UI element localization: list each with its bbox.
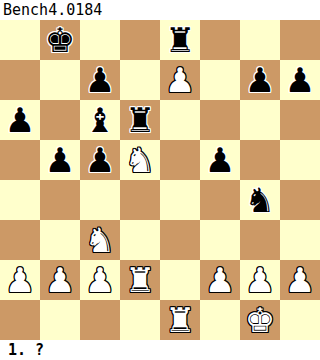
square-c5[interactable]: ♟	[80, 140, 120, 180]
square-g1[interactable]: ♚	[240, 300, 280, 340]
white-pawn[interactable]: ♟	[85, 260, 115, 300]
black-knight[interactable]: ♞	[245, 180, 275, 220]
square-c3[interactable]: ♞	[80, 220, 120, 260]
white-knight[interactable]: ♞	[125, 140, 155, 180]
square-d5[interactable]: ♞	[120, 140, 160, 180]
square-c8[interactable]	[80, 20, 120, 60]
square-b3[interactable]	[40, 220, 80, 260]
square-f1[interactable]	[200, 300, 240, 340]
square-f6[interactable]	[200, 100, 240, 140]
square-a8[interactable]	[0, 20, 40, 60]
black-pawn[interactable]: ♟	[5, 100, 35, 140]
square-h6[interactable]	[280, 100, 320, 140]
white-pawn[interactable]: ♟	[285, 260, 315, 300]
square-a3[interactable]	[0, 220, 40, 260]
square-g5[interactable]	[240, 140, 280, 180]
square-a6[interactable]: ♟	[0, 100, 40, 140]
square-e3[interactable]	[160, 220, 200, 260]
square-h2[interactable]: ♟	[280, 260, 320, 300]
square-d8[interactable]	[120, 20, 160, 60]
black-king[interactable]: ♚	[45, 20, 75, 60]
square-e4[interactable]	[160, 180, 200, 220]
square-c6[interactable]: ♝	[80, 100, 120, 140]
square-d2[interactable]: ♜	[120, 260, 160, 300]
square-e2[interactable]	[160, 260, 200, 300]
white-pawn[interactable]: ♟	[45, 260, 75, 300]
square-e8[interactable]: ♜	[160, 20, 200, 60]
status-bar: 1. ?	[0, 340, 320, 360]
square-h5[interactable]	[280, 140, 320, 180]
square-d3[interactable]	[120, 220, 160, 260]
black-pawn[interactable]: ♟	[45, 140, 75, 180]
square-f5[interactable]: ♟	[200, 140, 240, 180]
square-d4[interactable]	[120, 180, 160, 220]
square-b7[interactable]	[40, 60, 80, 100]
white-knight[interactable]: ♞	[85, 220, 115, 260]
move-prompt: 1. ?	[8, 341, 44, 359]
square-g8[interactable]	[240, 20, 280, 60]
square-e7[interactable]: ♟	[160, 60, 200, 100]
title-bar: Bench4.0184	[0, 0, 320, 20]
square-f8[interactable]	[200, 20, 240, 60]
chess-board: ♚♜♟♟♟♟♟♝♜♟♟♞♟♞♞♟♟♟♜♟♟♟♜♚	[0, 20, 320, 340]
black-bishop[interactable]: ♝	[85, 100, 115, 140]
black-rook[interactable]: ♜	[125, 100, 155, 140]
square-b8[interactable]: ♚	[40, 20, 80, 60]
square-e1[interactable]: ♜	[160, 300, 200, 340]
white-pawn[interactable]: ♟	[5, 260, 35, 300]
white-king[interactable]: ♚	[245, 300, 275, 340]
square-h1[interactable]	[280, 300, 320, 340]
square-c1[interactable]	[80, 300, 120, 340]
white-rook[interactable]: ♜	[125, 260, 155, 300]
square-e5[interactable]	[160, 140, 200, 180]
square-a5[interactable]	[0, 140, 40, 180]
black-pawn[interactable]: ♟	[205, 140, 235, 180]
square-h7[interactable]: ♟	[280, 60, 320, 100]
square-g4[interactable]: ♞	[240, 180, 280, 220]
square-b2[interactable]: ♟	[40, 260, 80, 300]
square-g7[interactable]: ♟	[240, 60, 280, 100]
black-pawn[interactable]: ♟	[85, 140, 115, 180]
page-title: Bench4.0184	[3, 1, 102, 19]
square-c7[interactable]: ♟	[80, 60, 120, 100]
white-pawn[interactable]: ♟	[205, 260, 235, 300]
square-c2[interactable]: ♟	[80, 260, 120, 300]
square-g3[interactable]	[240, 220, 280, 260]
square-b4[interactable]	[40, 180, 80, 220]
white-pawn[interactable]: ♟	[245, 260, 275, 300]
square-a7[interactable]	[0, 60, 40, 100]
square-a4[interactable]	[0, 180, 40, 220]
square-f3[interactable]	[200, 220, 240, 260]
square-h4[interactable]	[280, 180, 320, 220]
square-f7[interactable]	[200, 60, 240, 100]
square-a1[interactable]	[0, 300, 40, 340]
square-b5[interactable]: ♟	[40, 140, 80, 180]
square-c4[interactable]	[80, 180, 120, 220]
square-h8[interactable]	[280, 20, 320, 60]
square-f4[interactable]	[200, 180, 240, 220]
black-rook[interactable]: ♜	[165, 20, 195, 60]
square-b1[interactable]	[40, 300, 80, 340]
square-d7[interactable]	[120, 60, 160, 100]
square-b6[interactable]	[40, 100, 80, 140]
black-pawn[interactable]: ♟	[85, 60, 115, 100]
square-f2[interactable]: ♟	[200, 260, 240, 300]
square-h3[interactable]	[280, 220, 320, 260]
square-e6[interactable]	[160, 100, 200, 140]
square-g2[interactable]: ♟	[240, 260, 280, 300]
black-pawn[interactable]: ♟	[245, 60, 275, 100]
white-rook[interactable]: ♜	[165, 300, 195, 340]
square-d6[interactable]: ♜	[120, 100, 160, 140]
black-pawn[interactable]: ♟	[285, 60, 315, 100]
square-a2[interactable]: ♟	[0, 260, 40, 300]
square-d1[interactable]	[120, 300, 160, 340]
white-pawn[interactable]: ♟	[165, 60, 195, 100]
square-g6[interactable]	[240, 100, 280, 140]
